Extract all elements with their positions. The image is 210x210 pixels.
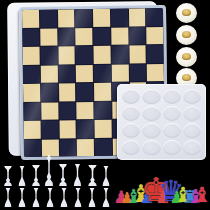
- mold-cavity-14: [142, 140, 160, 155]
- mold-cavity-3: [163, 89, 181, 104]
- checkers-mold: [117, 84, 206, 160]
- board-square-e3: [94, 101, 111, 119]
- board-square-b8: [40, 10, 57, 28]
- mold-cavity-10: [142, 123, 160, 138]
- board-square-c4: [59, 83, 76, 101]
- mold-cavity-4: [183, 89, 201, 104]
- board-square-h8: [146, 8, 163, 26]
- board-square-d2: [77, 120, 94, 138]
- board-square-c2: [59, 120, 76, 138]
- board-square-g5: [129, 64, 146, 82]
- board-square-h5: [147, 64, 164, 82]
- board-square-g6: [129, 45, 146, 63]
- piece-mold-r2-2: [16, 188, 28, 207]
- piece-mold-r2-6: [72, 188, 84, 207]
- board-square-g7: [129, 27, 146, 45]
- crown-emblem: [182, 9, 191, 16]
- piece-mold-r2-8: [100, 188, 112, 207]
- board-square-a5: [23, 65, 40, 83]
- board-square-a1: [24, 139, 41, 157]
- board-square-b3: [41, 102, 58, 120]
- board-square-d8: [75, 9, 92, 27]
- piece-mold-r2-7: [86, 188, 98, 207]
- board-square-a3: [23, 102, 40, 120]
- checker-piece-3: [176, 47, 197, 67]
- board-square-e1: [95, 138, 112, 156]
- board-square-h7: [146, 27, 163, 45]
- board-square-f6: [111, 46, 128, 64]
- board-square-c1: [59, 139, 76, 157]
- piece-mold-r1-5: [57, 164, 69, 186]
- piece-mold-r2-4: [44, 188, 56, 207]
- checker-piece-2: [176, 25, 197, 45]
- board-square-h6: [147, 45, 164, 63]
- mold-cavity-16: [183, 140, 201, 155]
- board-square-c6: [58, 46, 75, 64]
- mold-cavity-13: [122, 140, 140, 155]
- board-square-c3: [59, 102, 76, 120]
- piece-mold-r1-8: [100, 166, 112, 186]
- piece-mold-r1-2: [16, 166, 28, 186]
- board-square-d3: [77, 102, 94, 120]
- resin-piece-red-bishop: ♝: [193, 185, 210, 206]
- product-photo: ♟♟♝♝♟♚♟♛♟♝♜♝♝: [0, 0, 210, 210]
- board-square-b7: [40, 28, 57, 46]
- board-square-e8: [93, 9, 110, 27]
- mold-cavity-9: [122, 123, 140, 138]
- board-square-e5: [94, 64, 111, 82]
- board-square-e4: [94, 83, 111, 101]
- board-square-c8: [57, 9, 74, 27]
- board-square-b2: [41, 120, 58, 138]
- board-square-d1: [77, 139, 94, 157]
- board-square-a2: [24, 121, 41, 139]
- piece-mold-r2-5: [58, 188, 70, 207]
- board-square-e2: [95, 120, 112, 138]
- board-square-a6: [22, 47, 39, 65]
- board-square-d6: [76, 46, 93, 64]
- board-square-e7: [93, 27, 110, 45]
- mold-cavity-12: [183, 123, 201, 138]
- board-square-e6: [93, 46, 110, 64]
- board-square-b1: [42, 139, 59, 157]
- board-square-c7: [58, 28, 75, 46]
- board-square-d4: [76, 83, 93, 101]
- mold-cavity-2: [142, 89, 160, 104]
- board-square-c5: [58, 65, 75, 83]
- crown-emblem: [182, 31, 191, 38]
- board-square-f7: [111, 27, 128, 45]
- mold-cavity-8: [183, 106, 201, 121]
- piece-mold-r1-6: [71, 164, 84, 186]
- piece-mold-r2-3: [30, 188, 42, 207]
- piece-mold-r2-1: [2, 188, 14, 207]
- board-square-d7: [75, 28, 92, 46]
- board-square-f5: [111, 64, 128, 82]
- piece-mold-r1-3: [30, 165, 42, 186]
- board-square-b4: [41, 84, 58, 102]
- crown-emblem: [182, 53, 191, 60]
- crown-emblem: [182, 74, 191, 81]
- board-square-a8: [22, 10, 39, 28]
- checker-piece-1: [176, 3, 197, 23]
- mold-cavity-6: [142, 106, 160, 121]
- board-square-a7: [22, 28, 39, 46]
- mold-cavity-1: [122, 89, 140, 104]
- board-square-f8: [111, 9, 128, 27]
- board-square-b5: [41, 65, 58, 83]
- mold-cavity-15: [163, 140, 181, 155]
- board-square-g8: [128, 8, 145, 26]
- board-square-b6: [40, 47, 57, 65]
- board-square-a4: [23, 84, 40, 102]
- mold-cavity-5: [122, 106, 140, 121]
- board-square-d5: [76, 65, 93, 83]
- piece-mold-r1-7: [86, 165, 99, 186]
- mold-cavity-11: [163, 123, 181, 138]
- piece-mold-r1-1: [2, 166, 14, 186]
- mold-cavity-7: [163, 106, 181, 121]
